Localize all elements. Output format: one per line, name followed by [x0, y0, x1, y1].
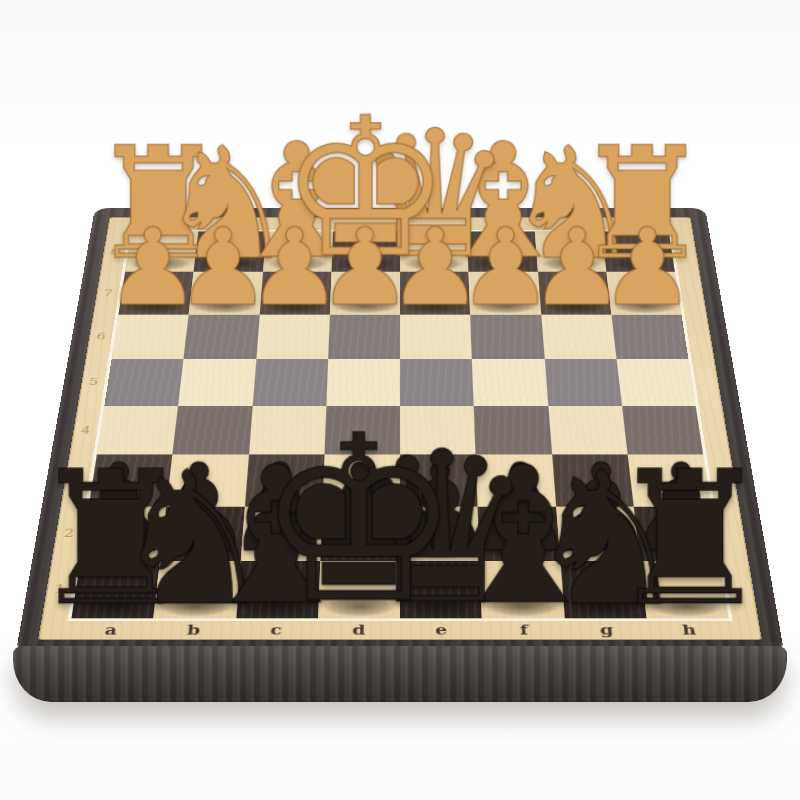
square-d1[interactable]: ♚ [318, 561, 400, 619]
chess-board-frame: ♜♞♝♚♛♝♞♜♟♟♟♟♟♟♟♟♟♟♟♟♟♟♟♟♜♞♝♚♛♝♞♜ 8765432… [15, 208, 784, 655]
square-f5[interactable] [472, 359, 548, 406]
piece-black-king-d1[interactable]: ♚ [234, 405, 484, 635]
square-g5[interactable] [544, 359, 622, 406]
square-h1[interactable]: ♜ [640, 561, 729, 619]
square-h5[interactable] [616, 359, 695, 406]
scene: ♜♞♝♚♛♝♞♜♟♟♟♟♟♟♟♟♟♟♟♟♟♟♟♟♜♞♝♚♛♝♞♜ 8765432… [0, 0, 800, 800]
square-b5[interactable] [178, 359, 256, 406]
board-side-face [13, 646, 787, 702]
piece-white-pawn-h7[interactable]: ♟ [541, 214, 754, 321]
board-margin: ♜♞♝♚♛♝♞♜♟♟♟♟♟♟♟♟♟♟♟♟♟♟♟♟♜♞♝♚♛♝♞♜ 8765432… [38, 217, 762, 640]
square-a5[interactable] [104, 359, 183, 406]
piece-black-rook-h1[interactable]: ♜ [565, 447, 800, 632]
square-h7[interactable]: ♟ [606, 272, 681, 314]
board-grid: ♜♞♝♚♛♝♞♜♟♟♟♟♟♟♟♟♟♟♟♟♟♟♟♟♜♞♝♚♛♝♞♜ [67, 230, 732, 621]
